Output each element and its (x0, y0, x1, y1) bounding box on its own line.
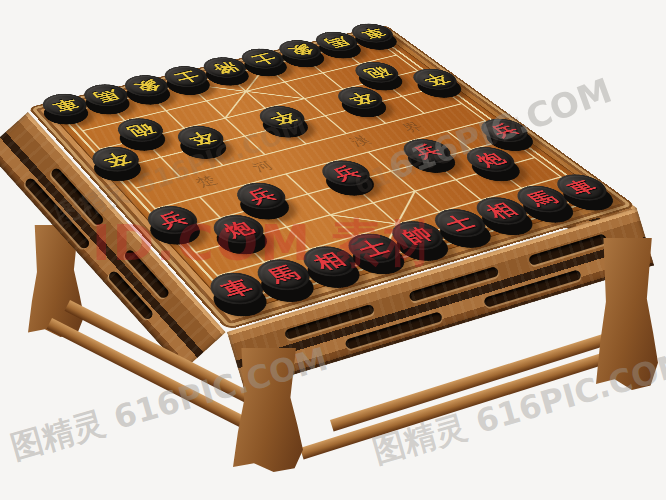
apron-slot (528, 233, 607, 266)
table-leg-front-right (596, 238, 658, 390)
rail-slot (344, 311, 443, 350)
product-photo-xiangqi-table: 楚 河 漢 界 車馬象士將士象馬車砲砲卒卒卒卒卒兵兵兵兵兵炮炮車馬相士帥士相馬車… (0, 0, 666, 500)
rail-slot (483, 269, 582, 308)
apron-slot (284, 304, 375, 340)
floor-stretcher-right (300, 342, 639, 459)
apron-slot (408, 266, 499, 302)
table-leg-front-left (233, 348, 303, 472)
rail-slot (107, 270, 155, 321)
